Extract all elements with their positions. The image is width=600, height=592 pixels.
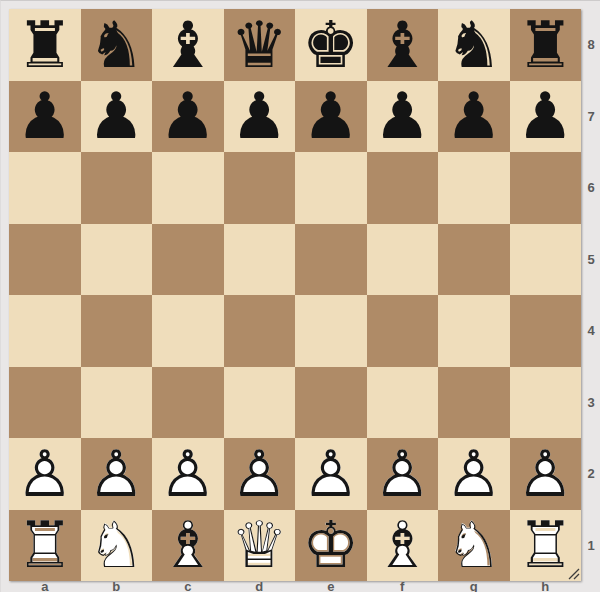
square-e2[interactable]: ♟♙ — [295, 438, 367, 510]
file-label-f: f — [367, 580, 439, 592]
rank-labels: 87654321 — [581, 9, 600, 581]
square-a4[interactable] — [9, 295, 81, 367]
white-bishop[interactable]: ♗ — [367, 510, 439, 582]
white-pawn-fill: ♟ — [510, 438, 582, 510]
square-c5[interactable] — [152, 224, 224, 296]
square-f3[interactable] — [367, 367, 439, 439]
square-a8[interactable]: ♜ — [9, 9, 81, 81]
square-g5[interactable] — [438, 224, 510, 296]
square-e4[interactable] — [295, 295, 367, 367]
square-e6[interactable] — [295, 152, 367, 224]
square-a1[interactable]: ♜♖ — [9, 510, 81, 582]
square-e7[interactable]: ♟ — [295, 81, 367, 153]
black-rook[interactable]: ♜ — [9, 9, 81, 81]
square-b2[interactable]: ♟♙ — [81, 438, 153, 510]
square-c1[interactable]: ♝♗ — [152, 510, 224, 582]
white-knight-fill: ♞ — [81, 510, 153, 582]
black-rook[interactable]: ♜ — [510, 9, 582, 81]
board-panel: ♜♞♝♛♚♝♞♜♟♟♟♟♟♟♟♟♟♙♟♙♟♙♟♙♟♙♟♙♟♙♟♙♜♖♞♘♝♗♛♕… — [0, 0, 600, 592]
black-pawn[interactable]: ♟ — [152, 81, 224, 153]
square-a7[interactable]: ♟ — [9, 81, 81, 153]
square-h3[interactable] — [510, 367, 582, 439]
file-label-a: a — [9, 580, 81, 592]
square-b7[interactable]: ♟ — [81, 81, 153, 153]
square-e1[interactable]: ♚♔ — [295, 510, 367, 582]
black-pawn[interactable]: ♟ — [367, 81, 439, 153]
rank-label-4: 4 — [581, 295, 600, 367]
file-label-g: g — [438, 580, 510, 592]
black-knight[interactable]: ♞ — [81, 9, 153, 81]
square-e8[interactable]: ♚ — [295, 9, 367, 81]
white-pawn[interactable]: ♙ — [224, 438, 296, 510]
rank-label-8: 8 — [581, 9, 600, 81]
white-pawn[interactable]: ♙ — [81, 438, 153, 510]
square-a5[interactable] — [9, 224, 81, 296]
white-queen-fill: ♛ — [224, 510, 296, 582]
white-pawn[interactable]: ♙ — [152, 438, 224, 510]
square-d4[interactable] — [224, 295, 296, 367]
white-pawn[interactable]: ♙ — [295, 438, 367, 510]
black-pawn[interactable]: ♟ — [510, 81, 582, 153]
white-pawn-fill: ♟ — [295, 438, 367, 510]
white-bishop[interactable]: ♗ — [152, 510, 224, 582]
square-h2[interactable]: ♟♙ — [510, 438, 582, 510]
square-g1[interactable]: ♞♘ — [438, 510, 510, 582]
square-d6[interactable] — [224, 152, 296, 224]
white-bishop-fill: ♝ — [367, 510, 439, 582]
white-pawn-fill: ♟ — [81, 438, 153, 510]
square-e3[interactable] — [295, 367, 367, 439]
square-f8[interactable]: ♝ — [367, 9, 439, 81]
black-bishop[interactable]: ♝ — [367, 9, 439, 81]
white-pawn-fill: ♟ — [367, 438, 439, 510]
square-b4[interactable] — [81, 295, 153, 367]
white-knight-fill: ♞ — [438, 510, 510, 582]
black-pawn[interactable]: ♟ — [81, 81, 153, 153]
square-g6[interactable] — [438, 152, 510, 224]
square-c2[interactable]: ♟♙ — [152, 438, 224, 510]
white-rook[interactable]: ♖ — [9, 510, 81, 582]
white-queen[interactable]: ♕ — [224, 510, 296, 582]
square-d7[interactable]: ♟ — [224, 81, 296, 153]
square-b5[interactable] — [81, 224, 153, 296]
white-pawn-fill: ♟ — [224, 438, 296, 510]
square-f7[interactable]: ♟ — [367, 81, 439, 153]
square-h7[interactable]: ♟ — [510, 81, 582, 153]
square-d8[interactable]: ♛ — [224, 9, 296, 81]
square-g3[interactable] — [438, 367, 510, 439]
square-e5[interactable] — [295, 224, 367, 296]
square-d3[interactable] — [224, 367, 296, 439]
black-king[interactable]: ♚ — [295, 9, 367, 81]
file-labels: abcdefgh — [9, 580, 581, 592]
square-a3[interactable] — [9, 367, 81, 439]
rank-label-3: 3 — [581, 367, 600, 439]
white-pawn[interactable]: ♙ — [367, 438, 439, 510]
white-pawn[interactable]: ♙ — [9, 438, 81, 510]
square-g4[interactable] — [438, 295, 510, 367]
chess-board[interactable]: ♜♞♝♛♚♝♞♜♟♟♟♟♟♟♟♟♟♙♟♙♟♙♟♙♟♙♟♙♟♙♟♙♜♖♞♘♝♗♛♕… — [9, 9, 581, 581]
square-b8[interactable]: ♞ — [81, 9, 153, 81]
white-pawn-fill: ♟ — [152, 438, 224, 510]
file-label-c: c — [152, 580, 224, 592]
rank-label-2: 2 — [581, 438, 600, 510]
white-pawn-fill: ♟ — [438, 438, 510, 510]
white-rook-fill: ♜ — [9, 510, 81, 582]
square-a2[interactable]: ♟♙ — [9, 438, 81, 510]
rank-label-7: 7 — [581, 81, 600, 153]
square-f2[interactable]: ♟♙ — [367, 438, 439, 510]
square-h4[interactable] — [510, 295, 582, 367]
square-c6[interactable] — [152, 152, 224, 224]
square-h5[interactable] — [510, 224, 582, 296]
square-g7[interactable]: ♟ — [438, 81, 510, 153]
rank-label-5: 5 — [581, 224, 600, 296]
rank-label-1: 1 — [581, 510, 600, 582]
black-knight[interactable]: ♞ — [438, 9, 510, 81]
square-h8[interactable]: ♜ — [510, 9, 582, 81]
square-c7[interactable]: ♟ — [152, 81, 224, 153]
file-label-b: b — [81, 580, 153, 592]
black-pawn[interactable]: ♟ — [295, 81, 367, 153]
white-knight[interactable]: ♘ — [81, 510, 153, 582]
square-f6[interactable] — [367, 152, 439, 224]
resize-handle-icon[interactable] — [568, 568, 580, 580]
white-pawn-fill: ♟ — [9, 438, 81, 510]
black-pawn[interactable]: ♟ — [9, 81, 81, 153]
square-g2[interactable]: ♟♙ — [438, 438, 510, 510]
black-bishop[interactable]: ♝ — [152, 9, 224, 81]
square-b3[interactable] — [81, 367, 153, 439]
black-pawn[interactable]: ♟ — [438, 81, 510, 153]
white-pawn[interactable]: ♙ — [438, 438, 510, 510]
file-label-e: e — [295, 580, 367, 592]
square-f5[interactable] — [367, 224, 439, 296]
file-label-d: d — [224, 580, 296, 592]
white-bishop-fill: ♝ — [152, 510, 224, 582]
square-d2[interactable]: ♟♙ — [224, 438, 296, 510]
square-c4[interactable] — [152, 295, 224, 367]
square-d5[interactable] — [224, 224, 296, 296]
square-b1[interactable]: ♞♘ — [81, 510, 153, 582]
square-h6[interactable] — [510, 152, 582, 224]
square-d1[interactable]: ♛♕ — [224, 510, 296, 582]
white-king-fill: ♚ — [295, 510, 367, 582]
black-pawn[interactable]: ♟ — [224, 81, 296, 153]
square-c8[interactable]: ♝ — [152, 9, 224, 81]
square-c3[interactable] — [152, 367, 224, 439]
square-a6[interactable] — [9, 152, 81, 224]
square-f4[interactable] — [367, 295, 439, 367]
square-b6[interactable] — [81, 152, 153, 224]
black-queen[interactable]: ♛ — [224, 9, 296, 81]
square-f1[interactable]: ♝♗ — [367, 510, 439, 582]
rank-label-6: 6 — [581, 152, 600, 224]
white-king[interactable]: ♔ — [295, 510, 367, 582]
square-g8[interactable]: ♞ — [438, 9, 510, 81]
white-pawn[interactable]: ♙ — [510, 438, 582, 510]
white-knight[interactable]: ♘ — [438, 510, 510, 582]
file-label-h: h — [510, 580, 582, 592]
